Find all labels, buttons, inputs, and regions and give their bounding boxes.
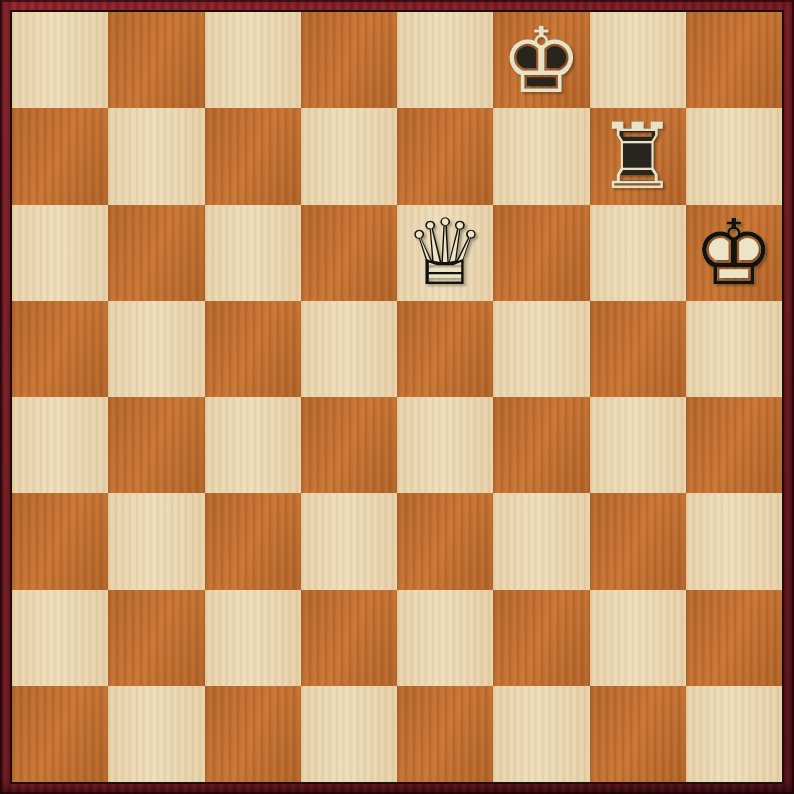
square-c1[interactable] (205, 686, 301, 782)
square-e4[interactable] (397, 397, 493, 493)
square-c8[interactable] (205, 12, 301, 108)
square-d5[interactable] (301, 301, 397, 397)
black-king[interactable]: ♚♔ (493, 12, 589, 108)
square-a7[interactable] (12, 108, 108, 204)
square-e2[interactable] (397, 590, 493, 686)
square-h8[interactable] (686, 12, 782, 108)
square-g8[interactable] (590, 12, 686, 108)
square-c4[interactable] (205, 397, 301, 493)
square-b1[interactable] (108, 686, 204, 782)
square-e5[interactable] (397, 301, 493, 397)
black-king-outline-glyph: ♔ (493, 12, 589, 108)
square-b3[interactable] (108, 493, 204, 589)
square-h7[interactable] (686, 108, 782, 204)
square-e8[interactable] (397, 12, 493, 108)
square-c2[interactable] (205, 590, 301, 686)
square-g6[interactable] (590, 205, 686, 301)
white-queen[interactable]: ♛♕ (397, 205, 493, 301)
square-b5[interactable] (108, 301, 204, 397)
square-d1[interactable] (301, 686, 397, 782)
square-f3[interactable] (493, 493, 589, 589)
square-g4[interactable] (590, 397, 686, 493)
square-d3[interactable] (301, 493, 397, 589)
square-h4[interactable] (686, 397, 782, 493)
square-a6[interactable] (12, 205, 108, 301)
square-f4[interactable] (493, 397, 589, 493)
square-a1[interactable] (12, 686, 108, 782)
square-f2[interactable] (493, 590, 589, 686)
square-h2[interactable] (686, 590, 782, 686)
square-c6[interactable] (205, 205, 301, 301)
square-g3[interactable] (590, 493, 686, 589)
square-g2[interactable] (590, 590, 686, 686)
white-queen-outline-glyph: ♕ (397, 205, 493, 301)
square-f6[interactable] (493, 205, 589, 301)
square-a3[interactable] (12, 493, 108, 589)
square-g7[interactable]: ♜♖ (590, 108, 686, 204)
square-h3[interactable] (686, 493, 782, 589)
square-g5[interactable] (590, 301, 686, 397)
white-king-outline-glyph: ♔ (686, 205, 782, 301)
square-d4[interactable] (301, 397, 397, 493)
square-b6[interactable] (108, 205, 204, 301)
square-f5[interactable] (493, 301, 589, 397)
square-e6[interactable]: ♛♕ (397, 205, 493, 301)
board-frame: ♚♔♜♖♛♕♚♔ (0, 0, 794, 794)
square-f7[interactable] (493, 108, 589, 204)
square-b8[interactable] (108, 12, 204, 108)
square-e1[interactable] (397, 686, 493, 782)
square-c7[interactable] (205, 108, 301, 204)
square-b4[interactable] (108, 397, 204, 493)
square-a4[interactable] (12, 397, 108, 493)
square-a2[interactable] (12, 590, 108, 686)
square-d6[interactable] (301, 205, 397, 301)
square-h6[interactable]: ♚♔ (686, 205, 782, 301)
square-e7[interactable] (397, 108, 493, 204)
square-d8[interactable] (301, 12, 397, 108)
chess-board: ♚♔♜♖♛♕♚♔ (10, 10, 784, 784)
square-e3[interactable] (397, 493, 493, 589)
square-a5[interactable] (12, 301, 108, 397)
square-h1[interactable] (686, 686, 782, 782)
square-c3[interactable] (205, 493, 301, 589)
square-h5[interactable] (686, 301, 782, 397)
square-f1[interactable] (493, 686, 589, 782)
square-c5[interactable] (205, 301, 301, 397)
square-b7[interactable] (108, 108, 204, 204)
square-b2[interactable] (108, 590, 204, 686)
square-d2[interactable] (301, 590, 397, 686)
black-rook-outline-glyph: ♖ (590, 108, 686, 204)
white-king[interactable]: ♚♔ (686, 205, 782, 301)
square-d7[interactable] (301, 108, 397, 204)
square-g1[interactable] (590, 686, 686, 782)
square-a8[interactable] (12, 12, 108, 108)
square-f8[interactable]: ♚♔ (493, 12, 589, 108)
black-rook[interactable]: ♜♖ (590, 108, 686, 204)
